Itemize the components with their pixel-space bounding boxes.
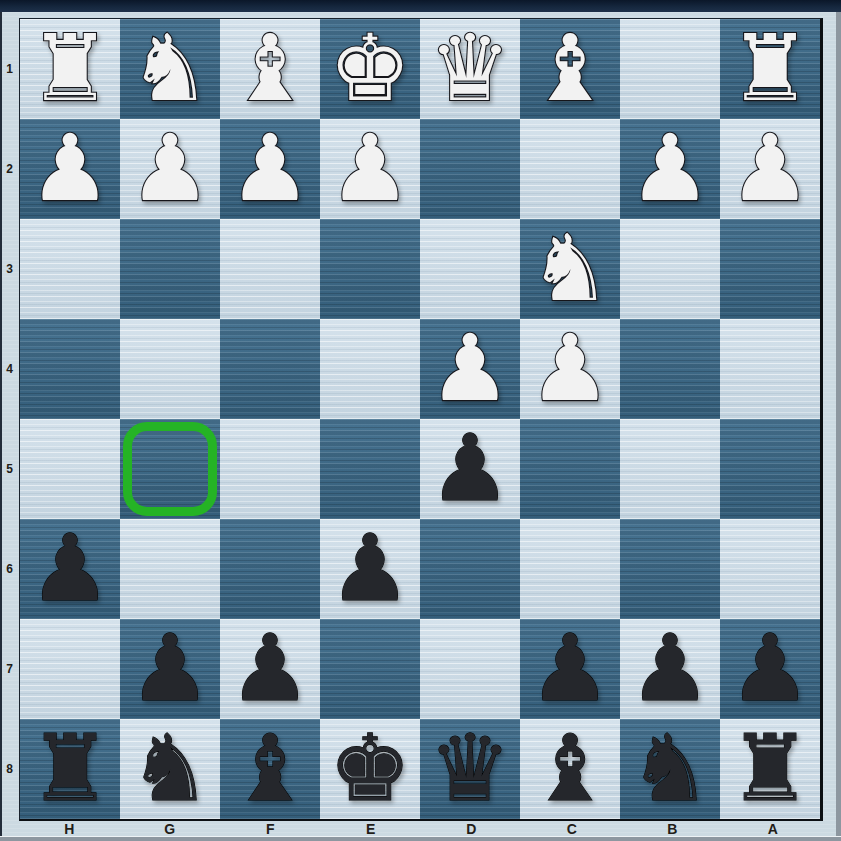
file-label-g: G xyxy=(120,821,221,837)
square-f7[interactable]: ♟ xyxy=(220,619,320,719)
piece-black-knight[interactable]: ♞ xyxy=(629,723,711,815)
square-h3[interactable] xyxy=(20,219,120,319)
piece-black-pawn[interactable]: ♟ xyxy=(129,623,211,715)
square-e1[interactable]: ♚ xyxy=(320,19,420,119)
square-e5[interactable] xyxy=(320,419,420,519)
piece-black-pawn[interactable]: ♟ xyxy=(229,623,311,715)
square-c3[interactable]: ♞ xyxy=(520,219,620,319)
piece-white-pawn[interactable]: ♟ xyxy=(129,123,211,215)
piece-white-pawn[interactable]: ♟ xyxy=(229,123,311,215)
piece-white-bishop[interactable]: ♝ xyxy=(529,23,611,115)
square-a6[interactable] xyxy=(720,519,820,619)
file-label-a: A xyxy=(723,821,824,837)
square-c7[interactable]: ♟ xyxy=(520,619,620,719)
square-h8[interactable]: ♜ xyxy=(20,719,120,819)
square-b1[interactable] xyxy=(620,19,720,119)
square-g3[interactable] xyxy=(120,219,220,319)
board-frame: 12345678 ♜♞♝♚♛♝♜♟♟♟♟♟♟♞♟♟♟♟♟♟♟♟♟♟♜♞♝♚♛♝♞… xyxy=(0,0,841,841)
square-g2[interactable]: ♟ xyxy=(120,119,220,219)
piece-black-bishop[interactable]: ♝ xyxy=(229,723,311,815)
file-label-c: C xyxy=(522,821,623,837)
square-g4[interactable] xyxy=(120,319,220,419)
piece-black-pawn[interactable]: ♟ xyxy=(329,523,411,615)
file-label-e: E xyxy=(321,821,422,837)
rank-label-1: 1 xyxy=(0,19,19,119)
square-h6[interactable]: ♟ xyxy=(20,519,120,619)
piece-white-pawn[interactable]: ♟ xyxy=(329,123,411,215)
square-h5[interactable] xyxy=(20,419,120,519)
square-c2[interactable] xyxy=(520,119,620,219)
square-e4[interactable] xyxy=(320,319,420,419)
piece-white-pawn[interactable]: ♟ xyxy=(729,123,811,215)
square-c1[interactable]: ♝ xyxy=(520,19,620,119)
square-a7[interactable]: ♟ xyxy=(720,619,820,719)
piece-black-pawn[interactable]: ♟ xyxy=(529,623,611,715)
square-g5[interactable] xyxy=(120,419,220,519)
square-f2[interactable]: ♟ xyxy=(220,119,320,219)
file-label-d: D xyxy=(421,821,522,837)
file-label-h: H xyxy=(19,821,120,837)
piece-white-pawn[interactable]: ♟ xyxy=(429,323,511,415)
piece-white-rook[interactable]: ♜ xyxy=(29,23,111,115)
top-border-bar xyxy=(0,0,841,12)
piece-black-pawn[interactable]: ♟ xyxy=(629,623,711,715)
rank-label-8: 8 xyxy=(0,719,19,819)
piece-white-rook[interactable]: ♜ xyxy=(729,23,811,115)
square-d2[interactable] xyxy=(420,119,520,219)
piece-white-queen[interactable]: ♛ xyxy=(429,23,511,115)
square-d6[interactable] xyxy=(420,519,520,619)
window-edge-bottom xyxy=(0,836,841,841)
square-e3[interactable] xyxy=(320,219,420,319)
piece-black-knight[interactable]: ♞ xyxy=(129,723,211,815)
square-f4[interactable] xyxy=(220,319,320,419)
square-c4[interactable]: ♟ xyxy=(520,319,620,419)
square-d7[interactable] xyxy=(420,619,520,719)
piece-white-pawn[interactable]: ♟ xyxy=(529,323,611,415)
piece-black-rook[interactable]: ♜ xyxy=(29,723,111,815)
piece-white-pawn[interactable]: ♟ xyxy=(29,123,111,215)
square-g1[interactable]: ♞ xyxy=(120,19,220,119)
rank-label-6: 6 xyxy=(0,519,19,619)
square-a8[interactable]: ♜ xyxy=(720,719,820,819)
square-e8[interactable]: ♚ xyxy=(320,719,420,819)
square-h2[interactable]: ♟ xyxy=(20,119,120,219)
square-d1[interactable]: ♛ xyxy=(420,19,520,119)
square-a3[interactable] xyxy=(720,219,820,319)
piece-black-queen[interactable]: ♛ xyxy=(429,723,511,815)
piece-white-king[interactable]: ♚ xyxy=(329,23,411,115)
rank-label-7: 7 xyxy=(0,619,19,719)
piece-white-knight[interactable]: ♞ xyxy=(529,223,611,315)
file-label-b: B xyxy=(622,821,723,837)
rank-label-5: 5 xyxy=(0,419,19,519)
rank-label-4: 4 xyxy=(0,319,19,419)
board-border: ♜♞♝♚♛♝♜♟♟♟♟♟♟♞♟♟♟♟♟♟♟♟♟♟♜♞♝♚♛♝♞♜ xyxy=(19,18,823,821)
piece-black-rook[interactable]: ♜ xyxy=(729,723,811,815)
square-d4[interactable]: ♟ xyxy=(420,319,520,419)
square-b5[interactable] xyxy=(620,419,720,519)
square-b2[interactable]: ♟ xyxy=(620,119,720,219)
square-c6[interactable] xyxy=(520,519,620,619)
file-label-f: F xyxy=(220,821,321,837)
rank-label-3: 3 xyxy=(0,219,19,319)
chess-board: ♜♞♝♚♛♝♜♟♟♟♟♟♟♞♟♟♟♟♟♟♟♟♟♟♜♞♝♚♛♝♞♜ xyxy=(20,19,820,819)
square-a1[interactable]: ♜ xyxy=(720,19,820,119)
square-b4[interactable] xyxy=(620,319,720,419)
square-a5[interactable] xyxy=(720,419,820,519)
piece-black-pawn[interactable]: ♟ xyxy=(429,423,511,515)
square-f1[interactable]: ♝ xyxy=(220,19,320,119)
window-edge-right xyxy=(836,0,841,841)
window-edge-left xyxy=(0,0,2,841)
square-h7[interactable] xyxy=(20,619,120,719)
square-h1[interactable]: ♜ xyxy=(20,19,120,119)
square-d3[interactable] xyxy=(420,219,520,319)
square-e7[interactable] xyxy=(320,619,420,719)
square-c5[interactable] xyxy=(520,419,620,519)
rank-labels: 12345678 xyxy=(0,19,19,819)
square-b3[interactable] xyxy=(620,219,720,319)
file-labels: HGFEDCBA xyxy=(19,821,823,837)
square-a2[interactable]: ♟ xyxy=(720,119,820,219)
piece-white-knight[interactable]: ♞ xyxy=(129,23,211,115)
square-f3[interactable] xyxy=(220,219,320,319)
square-g7[interactable]: ♟ xyxy=(120,619,220,719)
square-f8[interactable]: ♝ xyxy=(220,719,320,819)
piece-black-pawn[interactable]: ♟ xyxy=(729,623,811,715)
square-d8[interactable]: ♛ xyxy=(420,719,520,819)
piece-black-king[interactable]: ♚ xyxy=(329,723,411,815)
square-f6[interactable] xyxy=(220,519,320,619)
piece-black-pawn[interactable]: ♟ xyxy=(29,523,111,615)
square-d5[interactable]: ♟ xyxy=(420,419,520,519)
square-g6[interactable] xyxy=(120,519,220,619)
piece-black-bishop[interactable]: ♝ xyxy=(529,723,611,815)
square-b6[interactable] xyxy=(620,519,720,619)
square-g8[interactable]: ♞ xyxy=(120,719,220,819)
square-e2[interactable]: ♟ xyxy=(320,119,420,219)
square-h4[interactable] xyxy=(20,319,120,419)
square-f5[interactable] xyxy=(220,419,320,519)
square-b7[interactable]: ♟ xyxy=(620,619,720,719)
square-c8[interactable]: ♝ xyxy=(520,719,620,819)
square-a4[interactable] xyxy=(720,319,820,419)
piece-white-bishop[interactable]: ♝ xyxy=(229,23,311,115)
square-e6[interactable]: ♟ xyxy=(320,519,420,619)
piece-white-pawn[interactable]: ♟ xyxy=(629,123,711,215)
rank-label-2: 2 xyxy=(0,119,19,219)
square-b8[interactable]: ♞ xyxy=(620,719,720,819)
